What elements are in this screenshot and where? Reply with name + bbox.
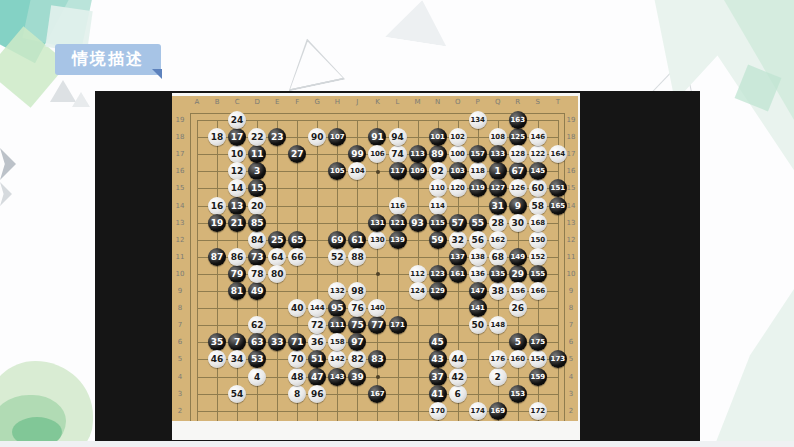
stone-m10-move-112: 112 — [409, 265, 427, 283]
badge-fold-corner — [152, 69, 162, 79]
stone-l13-move-121: 121 — [389, 214, 407, 232]
stone-o5-move-44: 44 — [449, 350, 467, 368]
stone-o10-move-161: 161 — [449, 265, 467, 283]
stone-g4-move-47: 47 — [308, 368, 326, 386]
stone-n17-move-89: 89 — [429, 145, 447, 163]
stone-p19-move-134: 134 — [469, 111, 487, 129]
stone-p10-move-136: 136 — [469, 265, 487, 283]
stone-n12-move-59: 59 — [429, 231, 447, 249]
stone-m16-move-109: 109 — [409, 162, 427, 180]
stone-p17-move-157: 157 — [469, 145, 487, 163]
star-point — [376, 170, 380, 174]
stone-n3-move-41: 41 — [429, 385, 447, 403]
column-label: D — [251, 98, 263, 106]
stone-q13-move-28: 28 — [489, 214, 507, 232]
stone-q18-move-108: 108 — [489, 128, 507, 146]
column-label: K — [371, 98, 383, 106]
column-label: T — [552, 98, 564, 106]
stone-d10-move-78: 78 — [248, 265, 266, 283]
stone-o3-move-6: 6 — [449, 385, 467, 403]
row-label-left: 3 — [173, 390, 187, 398]
stone-p16-move-118: 118 — [469, 162, 487, 180]
stone-m17-move-113: 113 — [409, 145, 427, 163]
column-label: A — [191, 98, 203, 106]
column-label: S — [532, 98, 544, 106]
stone-n13-move-115: 115 — [429, 214, 447, 232]
stone-l17-move-74: 74 — [389, 145, 407, 163]
stone-q10-move-135: 135 — [489, 265, 507, 283]
stone-m9-move-124: 124 — [409, 282, 427, 300]
row-label-left: 14 — [173, 202, 187, 210]
decor-triangle-outline — [279, 32, 346, 91]
row-label-left: 13 — [173, 219, 187, 227]
stone-q9-move-38: 38 — [489, 282, 507, 300]
row-label-left: 8 — [173, 304, 187, 312]
column-label: C — [231, 98, 243, 106]
row-label-right: 16 — [564, 167, 578, 175]
row-label-left: 9 — [173, 287, 187, 295]
image-frame: ABCDEFGHJKLMNOPQRST191918181717161615151… — [95, 91, 700, 441]
stone-s18-move-146: 146 — [529, 128, 547, 146]
stone-q16-move-1: 1 — [489, 162, 507, 180]
column-label: J — [351, 98, 363, 106]
stone-q4-move-2: 2 — [489, 368, 507, 386]
row-label-right: 4 — [564, 373, 578, 381]
column-label: M — [412, 98, 424, 106]
stone-c3-move-54: 54 — [228, 385, 246, 403]
stone-c14-move-13: 13 — [228, 197, 246, 215]
row-label-left: 2 — [173, 407, 187, 415]
stone-p13-move-55: 55 — [469, 214, 487, 232]
decor-triangle-gray — [50, 80, 76, 102]
stone-o11-move-137: 137 — [449, 248, 467, 266]
stone-s12-move-150: 150 — [529, 231, 547, 249]
stone-n10-move-123: 123 — [429, 265, 447, 283]
stone-s10-move-155: 155 — [529, 265, 547, 283]
stone-c11-move-86: 86 — [228, 248, 246, 266]
stone-f11-move-66: 66 — [288, 248, 306, 266]
stone-d14-move-20: 20 — [248, 197, 266, 215]
stone-e10-move-80: 80 — [268, 265, 286, 283]
stone-o13-move-57: 57 — [449, 214, 467, 232]
stone-r13-move-30: 30 — [509, 214, 527, 232]
stone-h12-move-69: 69 — [328, 231, 346, 249]
stone-d4-move-4: 4 — [248, 368, 266, 386]
stone-c13-move-21: 21 — [228, 214, 246, 232]
stone-t17-move-164: 164 — [549, 145, 567, 163]
stone-r9-move-156: 156 — [509, 282, 527, 300]
stone-c9-move-81: 81 — [228, 282, 246, 300]
row-label-left: 10 — [173, 270, 187, 278]
go-board: ABCDEFGHJKLMNOPQRST191918181717161615151… — [172, 96, 578, 421]
stone-p12-move-56: 56 — [469, 231, 487, 249]
row-label-left: 16 — [173, 167, 187, 175]
stone-d11-move-73: 73 — [248, 248, 266, 266]
row-label-right: 3 — [564, 390, 578, 398]
stone-n14-move-114: 114 — [429, 197, 447, 215]
stone-o16-move-103: 103 — [449, 162, 467, 180]
row-label-left: 6 — [173, 338, 187, 346]
column-label: P — [472, 98, 484, 106]
stone-o18-move-102: 102 — [449, 128, 467, 146]
stone-r3-move-153: 153 — [509, 385, 527, 403]
column-label: G — [311, 98, 323, 106]
stone-p11-move-138: 138 — [469, 248, 487, 266]
row-label-right: 19 — [564, 116, 578, 124]
stone-l14-move-116: 116 — [389, 197, 407, 215]
column-label: B — [211, 98, 223, 106]
stone-p7-move-50: 50 — [469, 316, 487, 334]
decor-chevron-small — [0, 182, 12, 206]
stone-r18-move-125: 125 — [509, 128, 527, 146]
row-label-right: 10 — [564, 270, 578, 278]
stone-h4-move-143: 143 — [328, 368, 346, 386]
stone-o4-move-42: 42 — [449, 368, 467, 386]
row-label-right: 6 — [564, 338, 578, 346]
row-label-left: 7 — [173, 321, 187, 329]
row-label-right: 18 — [564, 133, 578, 141]
stone-o12-move-32: 32 — [449, 231, 467, 249]
column-label: R — [512, 98, 524, 106]
row-label-left: 12 — [173, 236, 187, 244]
stone-q7-move-148: 148 — [489, 316, 507, 334]
stone-r6-move-5: 5 — [509, 333, 527, 351]
grid-line — [197, 120, 559, 121]
slide-title-badge: 情境描述 — [55, 44, 161, 75]
stone-s11-move-152: 152 — [529, 248, 547, 266]
stone-n9-move-129: 129 — [429, 282, 447, 300]
stone-e11-move-64: 64 — [268, 248, 286, 266]
stone-q12-move-162: 162 — [489, 231, 507, 249]
star-point — [376, 375, 380, 379]
go-diagram-image: ABCDEFGHJKLMNOPQRST191918181717161615151… — [172, 93, 580, 440]
stone-f3-move-8: 8 — [288, 385, 306, 403]
column-label: O — [452, 98, 464, 106]
stone-p9-move-147: 147 — [469, 282, 487, 300]
stone-t14-move-165: 165 — [549, 197, 567, 215]
stone-s4-move-159: 159 — [529, 368, 547, 386]
stone-s17-move-122: 122 — [529, 145, 547, 163]
row-label-right: 8 — [564, 304, 578, 312]
stone-r19-move-163: 163 — [509, 111, 527, 129]
row-label-right: 2 — [564, 407, 578, 415]
row-label-left: 4 — [173, 373, 187, 381]
stone-s2-move-172: 172 — [529, 402, 547, 420]
row-label-left: 11 — [173, 253, 187, 261]
slide-title: 情境描述 — [72, 49, 144, 70]
stone-o17-move-100: 100 — [449, 145, 467, 163]
stone-m13-move-93: 93 — [409, 214, 427, 232]
stone-j12-move-61: 61 — [348, 231, 366, 249]
stone-s9-move-166: 166 — [529, 282, 547, 300]
row-label-right: 9 — [564, 287, 578, 295]
column-label: E — [271, 98, 283, 106]
stone-p8-move-141: 141 — [469, 299, 487, 317]
stone-r16-move-67: 67 — [509, 162, 527, 180]
stone-s14-move-58: 58 — [529, 197, 547, 215]
stone-q14-move-31: 31 — [489, 197, 507, 215]
stone-n2-move-170: 170 — [429, 402, 447, 420]
stone-l16-move-117: 117 — [389, 162, 407, 180]
stone-o15-move-120: 120 — [449, 179, 467, 197]
stone-n6-move-45: 45 — [429, 333, 447, 351]
column-label: L — [392, 98, 404, 106]
stone-l12-move-139: 139 — [389, 231, 407, 249]
stone-c19-move-24: 24 — [228, 111, 246, 129]
slide: 情境描述 ABCDEFGHJKLMNOPQRST1919181817171616… — [0, 0, 794, 447]
slide-bottom-edge — [0, 441, 794, 447]
row-label-right: 13 — [564, 219, 578, 227]
decor-corner-wash-bottom-right — [714, 289, 794, 447]
row-label-left: 5 — [173, 355, 187, 363]
stone-r14-move-9: 9 — [509, 197, 527, 215]
stone-c10-move-79: 79 — [228, 265, 246, 283]
stone-q2-move-169: 169 — [489, 402, 507, 420]
column-label: F — [291, 98, 303, 106]
decor-triangle-gray-small — [72, 92, 90, 107]
stone-g3-move-96: 96 — [308, 385, 326, 403]
decor-triangle-faint — [385, 0, 453, 47]
stone-n5-move-43: 43 — [429, 350, 447, 368]
stone-r8-move-26: 26 — [509, 299, 527, 317]
stone-n18-move-101: 101 — [429, 128, 447, 146]
stone-b13-move-19: 19 — [208, 214, 226, 232]
row-label-left: 15 — [173, 184, 187, 192]
stone-p15-move-119: 119 — [469, 179, 487, 197]
stone-s13-move-168: 168 — [529, 214, 547, 232]
column-label: Q — [492, 98, 504, 106]
row-label-right: 12 — [564, 236, 578, 244]
stone-k3-move-167: 167 — [368, 385, 386, 403]
stone-n15-move-110: 110 — [429, 179, 447, 197]
stone-d12-move-84: 84 — [248, 231, 266, 249]
decor-chevron — [0, 148, 16, 180]
stone-k13-move-131: 131 — [368, 214, 386, 232]
column-label: N — [432, 98, 444, 106]
row-label-left: 19 — [173, 116, 187, 124]
row-label-left: 18 — [173, 133, 187, 141]
row-label-left: 17 — [173, 150, 187, 158]
stone-q17-move-133: 133 — [489, 145, 507, 163]
row-label-right: 7 — [564, 321, 578, 329]
column-label: H — [331, 98, 343, 106]
stone-l18-move-94: 94 — [389, 128, 407, 146]
stone-b11-move-87: 87 — [208, 248, 226, 266]
stone-f12-move-65: 65 — [288, 231, 306, 249]
stone-l7-move-171: 171 — [389, 316, 407, 334]
row-label-right: 11 — [564, 253, 578, 261]
stone-r10-move-29: 29 — [509, 265, 527, 283]
stone-n16-move-92: 92 — [429, 162, 447, 180]
stone-j4-move-39: 39 — [348, 368, 366, 386]
stone-n4-move-37: 37 — [429, 368, 447, 386]
stone-p2-move-174: 174 — [469, 402, 487, 420]
stone-r17-move-128: 128 — [509, 145, 527, 163]
stone-f4-move-48: 48 — [288, 368, 306, 386]
stone-e12-move-25: 25 — [268, 231, 286, 249]
stone-b14-move-16: 16 — [208, 197, 226, 215]
stone-d13-move-85: 85 — [248, 214, 266, 232]
stone-q11-move-68: 68 — [489, 248, 507, 266]
stone-r11-move-149: 149 — [509, 248, 527, 266]
